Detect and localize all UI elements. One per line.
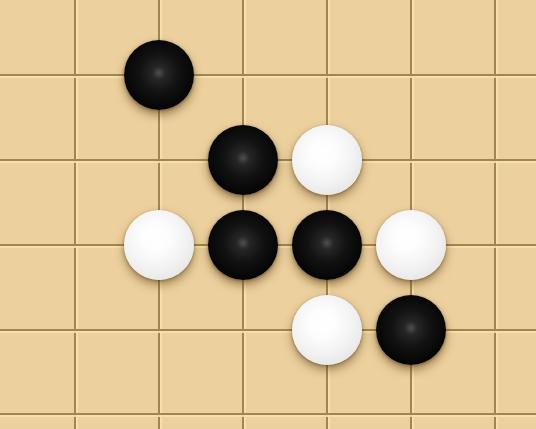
grid-line-horizontal: [0, 329, 536, 331]
white-stone: [376, 210, 446, 280]
black-stone: [124, 40, 194, 110]
white-stone: [292, 125, 362, 195]
grid-line-vertical: [494, 0, 496, 429]
black-stone: [292, 210, 362, 280]
go-board[interactable]: Go / Gomoku board (cropped view of a lar…: [0, 0, 536, 429]
black-stone: [208, 210, 278, 280]
white-stone: [292, 295, 362, 365]
black-stone: [208, 125, 278, 195]
black-stone: [376, 295, 446, 365]
white-stone: [124, 210, 194, 280]
grid-line-horizontal: [0, 413, 536, 415]
grid-line-vertical: [74, 0, 76, 429]
grid-line-horizontal: [0, 74, 536, 76]
